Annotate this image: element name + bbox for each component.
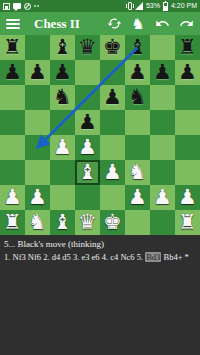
battery-icon xyxy=(163,2,168,11)
square-d2[interactable] xyxy=(75,185,100,210)
menu-icon[interactable] xyxy=(6,19,20,29)
piece-black-pawn: ♟ xyxy=(178,60,197,85)
square-f5[interactable] xyxy=(125,110,150,135)
square-b1[interactable]: ♞ xyxy=(25,210,50,235)
chess-board: ♜♝♛♚♝♜♟♟♟♟♟♟♞♟♞♟♟♟♝♟♞♟♟♟♟♟♜♞♝♛♚♜ xyxy=(0,35,200,235)
square-h4[interactable] xyxy=(175,135,200,160)
square-a1[interactable]: ♜ xyxy=(0,210,25,235)
knight-icon: ♞ xyxy=(131,16,144,32)
square-e1[interactable]: ♚ xyxy=(100,210,125,235)
data-saver-icon xyxy=(24,3,31,10)
moves-before[interactable]: 1. Nf3 Nf6 2. d4 d5 3. e3 e6 4. c4 Nc6 5… xyxy=(4,252,145,262)
square-a8[interactable]: ♜ xyxy=(0,35,25,60)
square-e2[interactable] xyxy=(100,185,125,210)
app-bar: Chess II ♞ xyxy=(0,12,200,35)
piece-black-pawn: ♟ xyxy=(78,110,97,135)
square-b5[interactable] xyxy=(25,110,50,135)
square-c3[interactable] xyxy=(50,160,75,185)
piece-black-rook: ♜ xyxy=(3,35,22,60)
square-d8[interactable]: ♛ xyxy=(75,35,100,60)
square-g8[interactable] xyxy=(150,35,175,60)
square-e3[interactable]: ♟ xyxy=(100,160,125,185)
square-c6[interactable]: ♞ xyxy=(50,85,75,110)
square-g5[interactable] xyxy=(150,110,175,135)
piece-white-rook: ♜ xyxy=(3,210,22,235)
moves-after[interactable]: Bb4+ * xyxy=(161,252,188,262)
square-h7[interactable]: ♟ xyxy=(175,60,200,85)
piece-black-bishop: ♝ xyxy=(128,35,147,60)
square-e4[interactable] xyxy=(100,135,125,160)
piece-black-pawn: ♟ xyxy=(3,60,22,85)
more-notifications-dots xyxy=(34,5,39,7)
redo-icon xyxy=(179,16,194,31)
square-d1[interactable]: ♛ xyxy=(75,210,100,235)
square-a7[interactable]: ♟ xyxy=(0,60,25,85)
piece-white-pawn: ♟ xyxy=(28,185,47,210)
piece-black-bishop: ♝ xyxy=(53,35,72,60)
square-c4[interactable]: ♟ xyxy=(50,135,75,160)
vibrate-icon xyxy=(128,2,132,10)
signal-icon xyxy=(135,2,143,10)
piece-black-pawn: ♟ xyxy=(53,60,72,85)
square-b6[interactable] xyxy=(25,85,50,110)
piece-white-pawn: ♟ xyxy=(53,135,72,160)
square-c2[interactable] xyxy=(50,185,75,210)
status-bar-notifications xyxy=(3,3,39,10)
piece-white-bishop: ♝ xyxy=(78,160,97,185)
flip-board-button[interactable] xyxy=(106,16,122,32)
piece-white-pawn: ♟ xyxy=(153,185,172,210)
square-g4[interactable] xyxy=(150,135,175,160)
square-b4[interactable] xyxy=(25,135,50,160)
square-f3[interactable]: ♞ xyxy=(125,160,150,185)
square-e5[interactable] xyxy=(100,110,125,135)
status-bar-system: 53% 4:20 PM xyxy=(128,0,197,12)
piece-white-queen: ♛ xyxy=(78,210,97,235)
piece-black-knight: ♞ xyxy=(53,85,72,110)
piece-black-queen: ♛ xyxy=(78,35,97,60)
square-b7[interactable]: ♟ xyxy=(25,60,50,85)
square-g6[interactable] xyxy=(150,85,175,110)
square-h5[interactable] xyxy=(175,110,200,135)
piece-white-pawn: ♟ xyxy=(3,185,22,210)
square-h6[interactable] xyxy=(175,85,200,110)
square-d7[interactable] xyxy=(75,60,100,85)
square-e6[interactable]: ♟ xyxy=(100,85,125,110)
square-b8[interactable] xyxy=(25,35,50,60)
piece-white-knight: ♞ xyxy=(128,160,147,185)
square-d5[interactable]: ♟ xyxy=(75,110,100,135)
square-h3[interactable] xyxy=(175,160,200,185)
piece-white-rook: ♜ xyxy=(178,210,197,235)
swap-arrows-icon xyxy=(107,16,122,31)
piece-white-king: ♚ xyxy=(103,210,122,235)
square-f2[interactable]: ♟ xyxy=(125,185,150,210)
piece-black-knight: ♞ xyxy=(128,85,147,110)
phone-screen: 53% 4:20 PM Chess II ♞ ♜♝♛♚♝♜♟♟♟♟♟♟♞♟♞♟♟… xyxy=(0,0,200,355)
piece-black-pawn: ♟ xyxy=(28,60,47,85)
square-c5[interactable] xyxy=(50,110,75,135)
square-f1[interactable] xyxy=(125,210,150,235)
square-g3[interactable] xyxy=(150,160,175,185)
clock: 4:20 PM xyxy=(171,0,197,12)
square-e8[interactable]: ♚ xyxy=(100,35,125,60)
square-b2[interactable]: ♟ xyxy=(25,185,50,210)
square-h8[interactable]: ♜ xyxy=(175,35,200,60)
square-g2[interactable]: ♟ xyxy=(150,185,175,210)
square-g7[interactable]: ♟ xyxy=(150,60,175,85)
app-title: Chess II xyxy=(34,16,80,32)
message-notification-icon xyxy=(13,3,21,9)
piece-white-knight: ♞ xyxy=(28,210,47,235)
square-a5[interactable] xyxy=(0,110,25,135)
undo-icon xyxy=(155,16,170,31)
square-c7[interactable]: ♟ xyxy=(50,60,75,85)
app-notification-icon xyxy=(3,3,10,10)
redo-button[interactable] xyxy=(178,16,194,32)
move-list-panel: 5... Black's move (thinking) 1. Nf3 Nf6 … xyxy=(0,235,200,355)
piece-white-pawn: ♟ xyxy=(178,185,197,210)
piece-black-pawn: ♟ xyxy=(103,85,122,110)
square-f8[interactable]: ♝ xyxy=(125,35,150,60)
square-g1[interactable] xyxy=(150,210,175,235)
square-f6[interactable]: ♞ xyxy=(125,85,150,110)
square-h1[interactable]: ♜ xyxy=(175,210,200,235)
square-a2[interactable]: ♟ xyxy=(0,185,25,210)
piece-black-pawn: ♟ xyxy=(128,60,147,85)
square-f4[interactable] xyxy=(125,135,150,160)
piece-white-bishop: ♝ xyxy=(53,210,72,235)
undo-button[interactable] xyxy=(154,16,170,32)
current-move[interactable]: Bd3 xyxy=(145,252,161,262)
piece-black-king: ♚ xyxy=(103,35,122,60)
square-c8[interactable]: ♝ xyxy=(50,35,75,60)
square-c1[interactable]: ♝ xyxy=(50,210,75,235)
square-f7[interactable]: ♟ xyxy=(125,60,150,85)
square-d3[interactable]: ♝ xyxy=(75,160,100,185)
move-list: 1. Nf3 Nf6 2. d4 d5 3. e3 e6 4. c4 Nc6 5… xyxy=(4,251,196,264)
square-a4[interactable] xyxy=(0,135,25,160)
square-d6[interactable] xyxy=(75,85,100,110)
square-a3[interactable] xyxy=(0,160,25,185)
status-bar: 53% 4:20 PM xyxy=(0,0,200,12)
turn-status: 5... Black's move (thinking) xyxy=(4,238,196,251)
square-b3[interactable] xyxy=(25,160,50,185)
piece-white-pawn: ♟ xyxy=(103,160,122,185)
battery-percent: 53% xyxy=(146,0,160,12)
piece-white-pawn: ♟ xyxy=(128,185,147,210)
square-d4[interactable]: ♟ xyxy=(75,135,100,160)
square-h2[interactable]: ♟ xyxy=(175,185,200,210)
square-a6[interactable] xyxy=(0,85,25,110)
piece-black-pawn: ♟ xyxy=(153,60,172,85)
square-e7[interactable] xyxy=(100,60,125,85)
piece-black-rook: ♜ xyxy=(178,35,197,60)
engine-move-button[interactable]: ♞ xyxy=(130,16,146,32)
piece-white-pawn: ♟ xyxy=(78,135,97,160)
